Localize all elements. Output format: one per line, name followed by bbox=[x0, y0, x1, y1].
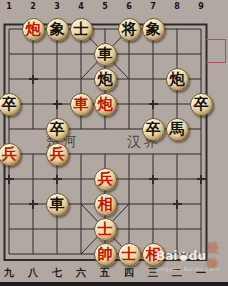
file-label-bottom-3: 七 bbox=[45, 266, 69, 280]
file-label-bottom-6: 四 bbox=[117, 266, 141, 280]
piece-red-advisor[interactable]: 士 bbox=[94, 218, 117, 241]
xiangqi-board-screenshot: 123456789 楚河 汉界 炮象士将象車炮炮卒車炮卒卒卒馬兵兵兵車相士帥士相… bbox=[0, 0, 228, 286]
piece-red-chariot[interactable]: 車 bbox=[70, 93, 93, 116]
piece-red-cannon[interactable]: 炮 bbox=[94, 93, 117, 116]
file-label-top-6: 6 bbox=[117, 0, 141, 12]
piece-black-general[interactable]: 将 bbox=[118, 18, 141, 41]
piece-black-elephant[interactable]: 象 bbox=[142, 18, 165, 41]
piece-black-elephant[interactable]: 象 bbox=[46, 18, 69, 41]
point-marker bbox=[5, 175, 14, 184]
point-marker bbox=[149, 175, 158, 184]
file-label-top-4: 4 bbox=[69, 0, 93, 12]
piece-red-pawn[interactable]: 兵 bbox=[0, 143, 21, 166]
file-label-top-7: 7 bbox=[141, 0, 165, 12]
file-label-top-5: 5 bbox=[93, 0, 117, 12]
watermark-brand-prefix: Bai bbox=[156, 249, 177, 263]
file-label-top-9: 9 bbox=[189, 0, 213, 12]
piece-red-pawn[interactable]: 兵 bbox=[94, 168, 117, 191]
point-marker bbox=[173, 200, 182, 209]
file-label-top-8: 8 bbox=[165, 0, 189, 12]
piece-black-pawn[interactable]: 卒 bbox=[190, 93, 213, 116]
piece-black-chariot[interactable]: 車 bbox=[46, 193, 69, 216]
piece-black-advisor[interactable]: 士 bbox=[70, 18, 93, 41]
top-file-labels: 123456789 bbox=[0, 0, 213, 12]
piece-black-cannon[interactable]: 炮 bbox=[166, 68, 189, 91]
piece-black-pawn[interactable]: 卒 bbox=[142, 118, 165, 141]
piece-black-pawn[interactable]: 卒 bbox=[0, 93, 21, 116]
point-marker bbox=[53, 100, 62, 109]
piece-red-advisor[interactable]: 士 bbox=[118, 243, 141, 266]
piece-black-cannon[interactable]: 炮 bbox=[94, 68, 117, 91]
watermark-brand-suffix: du bbox=[189, 249, 206, 263]
point-marker bbox=[29, 75, 38, 84]
point-marker bbox=[29, 200, 38, 209]
baidu-paw-icon bbox=[178, 251, 189, 262]
baidu-jingyan-watermark: Bai du 经验 jingyan.baidu.com bbox=[156, 249, 228, 272]
point-marker bbox=[197, 175, 206, 184]
file-label-top-1: 1 bbox=[0, 0, 21, 12]
bottom-black-bar bbox=[0, 282, 228, 286]
piece-black-horse[interactable]: 馬 bbox=[166, 118, 189, 141]
piece-red-pawn[interactable]: 兵 bbox=[46, 143, 69, 166]
point-marker bbox=[149, 100, 158, 109]
piece-red-elephant[interactable]: 相 bbox=[94, 193, 117, 216]
piece-black-pawn[interactable]: 卒 bbox=[46, 118, 69, 141]
point-marker bbox=[53, 175, 62, 184]
file-label-bottom-2: 八 bbox=[21, 266, 45, 280]
piece-red-cannon[interactable]: 炮 bbox=[22, 18, 45, 41]
file-label-top-3: 3 bbox=[45, 0, 69, 12]
watermark-brand: Bai du 经验 bbox=[156, 249, 228, 263]
piece-red-general[interactable]: 帥 bbox=[94, 243, 117, 266]
file-label-top-2: 2 bbox=[21, 0, 45, 12]
piece-black-chariot[interactable]: 車 bbox=[94, 43, 117, 66]
board-grid: 炮象士将象車炮炮卒車炮卒卒卒馬兵兵兵車相士帥士相 bbox=[0, 17, 213, 267]
watermark-url: jingyan.baidu.com bbox=[156, 265, 228, 272]
file-label-bottom-5: 五 bbox=[93, 266, 117, 280]
file-label-bottom-1: 九 bbox=[0, 266, 21, 280]
highlight-box bbox=[205, 39, 226, 63]
file-label-bottom-4: 六 bbox=[69, 266, 93, 280]
